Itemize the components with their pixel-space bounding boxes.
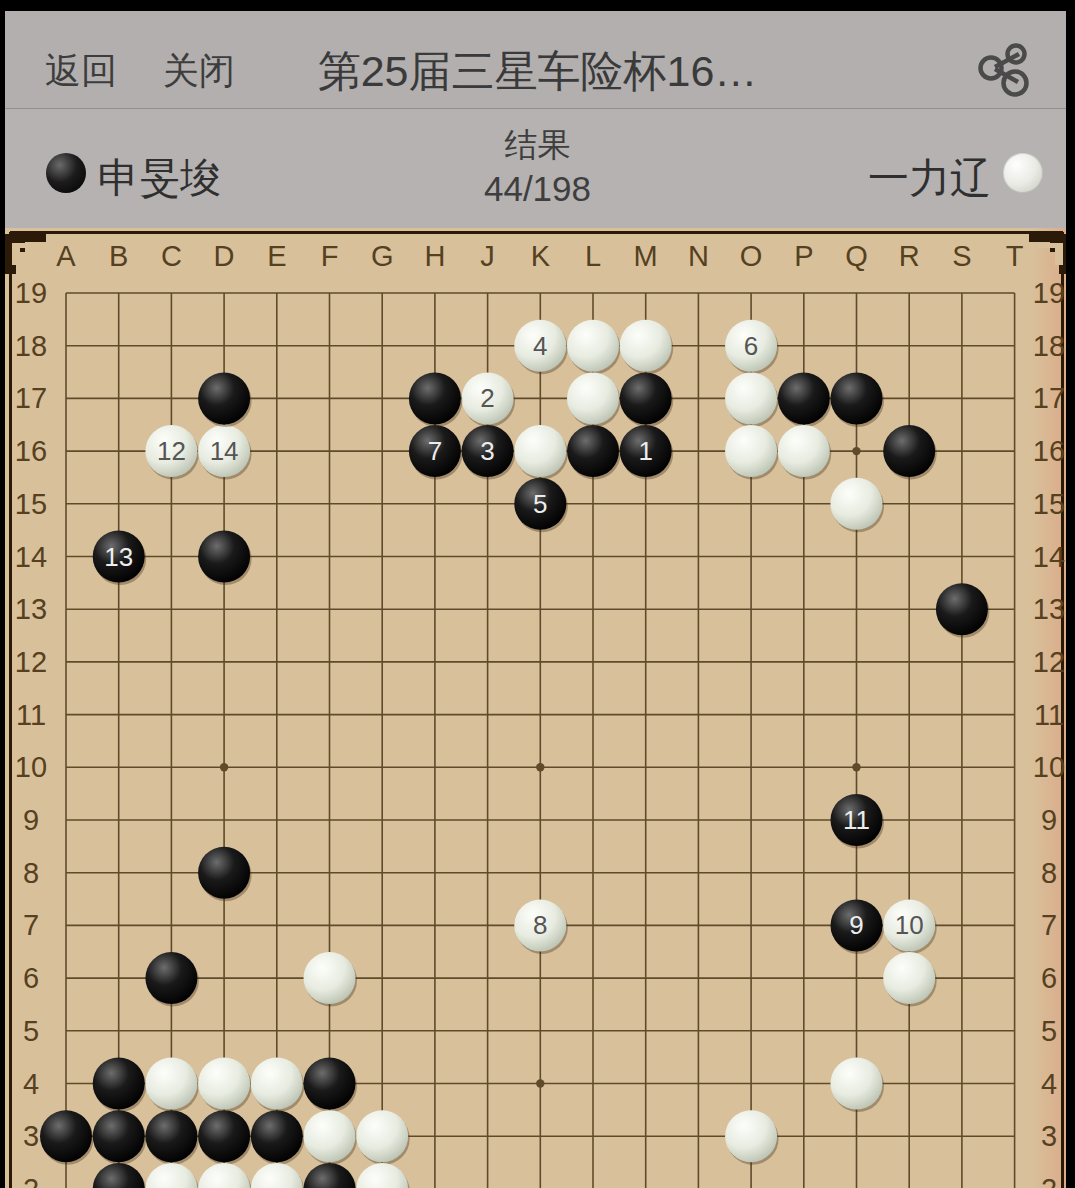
svg-text:2: 2 (480, 383, 494, 413)
svg-text:T: T (1006, 240, 1024, 272)
svg-text:7: 7 (23, 909, 39, 941)
svg-text:18: 18 (15, 330, 47, 362)
svg-text:3: 3 (480, 436, 494, 466)
svg-text:2: 2 (23, 1173, 39, 1188)
top-edge (0, 0, 1075, 11)
svg-text:9: 9 (1041, 804, 1057, 836)
svg-text:8: 8 (23, 857, 39, 889)
svg-text:B: B (109, 240, 128, 272)
svg-text:11: 11 (843, 805, 870, 835)
svg-text:14: 14 (1033, 541, 1065, 573)
black-stone-icon (46, 153, 86, 193)
svg-text:S: S (952, 240, 971, 272)
svg-text:7: 7 (1041, 909, 1057, 941)
svg-text:M: M (634, 240, 658, 272)
svg-text:10: 10 (1033, 751, 1065, 783)
svg-text:16: 16 (1033, 435, 1065, 467)
go-board[interactable]: ABCDEFGHJKLMNOPQRST191918181717161615151… (0, 228, 1075, 1188)
svg-text:1: 1 (638, 436, 652, 466)
svg-text:15: 15 (1033, 488, 1065, 520)
title-bar: 返回 关闭 第25届三星车险杯16… (0, 11, 1075, 109)
svg-text:18: 18 (1033, 330, 1065, 362)
svg-text:14: 14 (15, 541, 47, 573)
svg-text:12: 12 (15, 646, 47, 678)
share-icon[interactable] (967, 31, 1043, 103)
svg-text:5: 5 (23, 1015, 39, 1047)
app-screen: 返回 关闭 第25届三星车险杯16… 申旻埈 结果 44/198 一力辽 (0, 0, 1075, 1188)
svg-text:6: 6 (1041, 962, 1057, 994)
player-bar: 申旻埈 结果 44/198 一力辽 (0, 109, 1075, 228)
svg-text:13: 13 (104, 542, 133, 572)
svg-text:19: 19 (1033, 277, 1065, 309)
svg-text:G: G (371, 240, 394, 272)
svg-text:19: 19 (15, 277, 47, 309)
svg-text:6: 6 (744, 331, 758, 361)
svg-text:11: 11 (1034, 699, 1064, 731)
svg-text:9: 9 (849, 910, 863, 940)
svg-text:Q: Q (845, 240, 868, 272)
svg-text:15: 15 (15, 488, 47, 520)
svg-text:L: L (585, 240, 601, 272)
svg-text:N: N (688, 240, 709, 272)
white-stone-icon (1003, 153, 1043, 193)
svg-text:3: 3 (23, 1120, 39, 1152)
svg-text:C: C (161, 240, 182, 272)
svg-text:17: 17 (1033, 382, 1065, 414)
svg-text:12: 12 (1033, 646, 1065, 678)
status-box: 结果 44/198 (484, 125, 591, 213)
svg-text:10: 10 (895, 910, 924, 940)
svg-text:14: 14 (210, 436, 239, 466)
svg-text:4: 4 (23, 1068, 39, 1100)
svg-text:6: 6 (23, 962, 39, 994)
svg-text:R: R (899, 240, 920, 272)
result-label: 结果 (484, 125, 591, 165)
svg-text:4: 4 (1041, 1068, 1057, 1100)
svg-text:H: H (424, 240, 445, 272)
svg-text:8: 8 (1041, 857, 1057, 889)
svg-text:13: 13 (1033, 593, 1065, 625)
svg-text:9: 9 (23, 804, 39, 836)
svg-text:8: 8 (533, 910, 547, 940)
svg-text:17: 17 (15, 382, 47, 414)
move-counter: 44/198 (484, 165, 591, 213)
right-edge (1066, 0, 1075, 1188)
svg-text:7: 7 (428, 436, 442, 466)
svg-text:5: 5 (533, 489, 547, 519)
svg-text:K: K (531, 240, 551, 272)
svg-text:5: 5 (1041, 1015, 1057, 1047)
svg-text:O: O (740, 240, 763, 272)
page-title: 第25届三星车险杯16… (318, 43, 758, 101)
svg-text:A: A (56, 240, 76, 272)
svg-text:J: J (480, 240, 495, 272)
svg-text:D: D (214, 240, 235, 272)
svg-text:F: F (321, 240, 339, 272)
close-button[interactable]: 关闭 (163, 47, 235, 96)
svg-text:11: 11 (16, 699, 46, 731)
svg-text:P: P (794, 240, 813, 272)
back-button[interactable]: 返回 (45, 47, 117, 96)
svg-text:13: 13 (15, 593, 47, 625)
svg-text:12: 12 (157, 436, 186, 466)
black-player-name: 申旻埈 (98, 151, 221, 206)
svg-text:4: 4 (533, 331, 547, 361)
left-edge (0, 0, 5, 1188)
svg-text:10: 10 (15, 751, 47, 783)
white-player-name: 一力辽 (868, 151, 991, 206)
svg-text:16: 16 (15, 435, 47, 467)
svg-text:3: 3 (1041, 1120, 1057, 1152)
svg-text:E: E (267, 240, 286, 272)
svg-text:2: 2 (1041, 1173, 1057, 1188)
